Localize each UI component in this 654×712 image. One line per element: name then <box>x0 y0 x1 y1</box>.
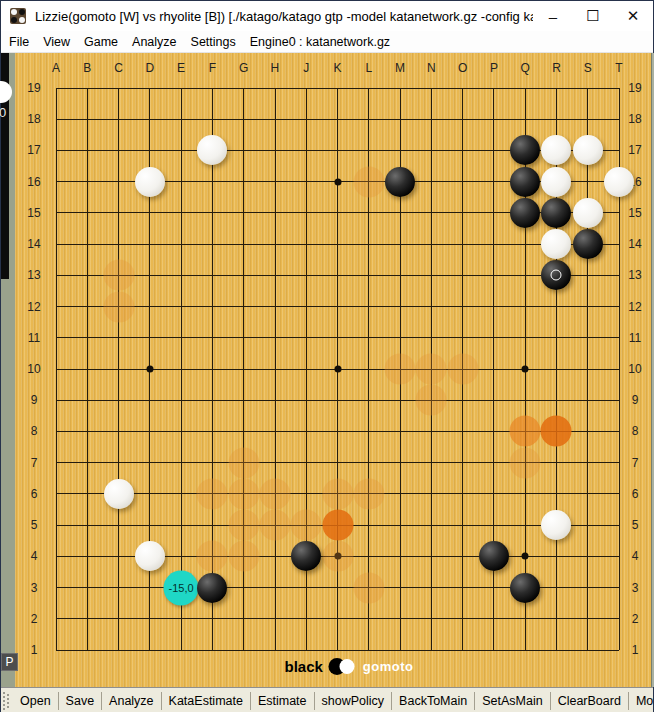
col-label-L: L <box>365 61 372 75</box>
col-label-J: J <box>303 61 309 75</box>
row-label-right-7: 7 <box>632 456 639 470</box>
row-label-right-17: 17 <box>628 143 641 157</box>
row-label-left-13: 13 <box>27 268 40 282</box>
col-label-E: E <box>177 61 185 75</box>
toolbar-clearboard-button[interactable]: ClearBoard <box>550 692 628 710</box>
heatmap-G4[interactable] <box>228 541 259 572</box>
row-label-right-15: 15 <box>628 206 641 220</box>
menu-engine0[interactable]: Engine0 : katanetwork.gz <box>243 35 397 49</box>
heatmap-R8[interactable] <box>541 416 572 447</box>
engine-name-label: gomoto <box>363 659 414 674</box>
black-stone-F3[interactable] <box>197 573 227 603</box>
toolbar-kataestimate-button[interactable]: KataEstimate <box>161 692 250 710</box>
to-move-label: black <box>284 658 322 675</box>
menu-settings[interactable]: Settings <box>184 35 243 49</box>
col-label-R: R <box>552 61 561 75</box>
col-label-M: M <box>395 61 405 75</box>
toolbar-setasmain-button[interactable]: SetAsMain <box>474 692 549 710</box>
col-label-P: P <box>490 61 498 75</box>
black-stone-R15[interactable] <box>541 198 571 228</box>
star-point-Q4 <box>522 553 529 560</box>
row-label-right-10: 10 <box>628 362 641 376</box>
heatmap-M10[interactable] <box>385 353 416 384</box>
white-stone-icon <box>340 659 355 674</box>
heatmap-H5[interactable] <box>259 510 290 541</box>
menu-game[interactable]: Game <box>77 35 125 49</box>
toolbar-open-button[interactable]: Open <box>13 692 58 710</box>
black-stone-Q16[interactable] <box>510 167 540 197</box>
maximize-button[interactable]: ☐ <box>573 1 613 31</box>
row-label-right-13: 13 <box>628 268 641 282</box>
col-label-A: A <box>52 61 60 75</box>
row-label-left-9: 9 <box>31 393 38 407</box>
heatmap-G5[interactable] <box>228 510 259 541</box>
row-label-left-5: 5 <box>31 518 38 532</box>
toolbar-showpolicy-button[interactable]: showPolicy <box>314 692 392 710</box>
black-stone-P4[interactable] <box>479 541 509 571</box>
col-label-Q: Q <box>521 61 530 75</box>
row-label-right-4: 4 <box>632 549 639 563</box>
row-label-left-6: 6 <box>31 487 38 501</box>
white-stone-R5[interactable] <box>541 510 571 540</box>
row-label-right-9: 9 <box>632 393 639 407</box>
row-label-right-8: 8 <box>632 424 639 438</box>
player-toggle[interactable]: black gomoto <box>284 658 413 675</box>
minimize-button[interactable]: – <box>533 1 573 31</box>
heatmap-Q8[interactable] <box>510 416 541 447</box>
row-label-right-18: 18 <box>628 112 641 126</box>
last-move-marker <box>551 270 562 281</box>
row-label-left-2: 2 <box>31 612 38 626</box>
row-label-right-11: 11 <box>629 331 641 345</box>
row-label-left-15: 15 <box>27 206 40 220</box>
row-label-left-14: 14 <box>27 237 40 251</box>
menu-analyze[interactable]: Analyze <box>125 35 183 49</box>
row-label-left-16: 16 <box>27 175 40 189</box>
grid-line <box>56 618 619 619</box>
col-label-S: S <box>584 61 592 75</box>
white-stone-F17[interactable] <box>197 135 227 165</box>
black-stone-M16[interactable] <box>385 167 415 197</box>
col-label-K: K <box>334 61 342 75</box>
black-stone-J4[interactable] <box>291 541 321 571</box>
black-stone-Q15[interactable] <box>510 198 540 228</box>
row-label-left-18: 18 <box>27 112 40 126</box>
white-stone-S15[interactable] <box>573 198 603 228</box>
heatmap-N9[interactable] <box>416 385 447 416</box>
white-stone-R17[interactable] <box>541 135 571 165</box>
col-label-G: G <box>239 61 248 75</box>
heatmap-Q7[interactable] <box>510 447 541 478</box>
row-label-left-1: 1 <box>31 643 38 657</box>
white-stone-D4[interactable] <box>135 541 165 571</box>
background-window-strip: 0 <box>1 53 9 279</box>
toolbar-save-button[interactable]: Save <box>58 692 102 710</box>
heatmap-C12[interactable] <box>103 291 134 322</box>
toolbar-estimate-button[interactable]: Estimate <box>250 692 314 710</box>
col-label-B: B <box>83 61 91 75</box>
bottom-toolbar: Open Save Analyze KataEstimate Estimate … <box>1 687 653 712</box>
board-area: ABCDEFGHJKLMNOPQRST191918181717161615151… <box>1 53 654 687</box>
row-label-right-2: 2 <box>632 612 639 626</box>
row-label-right-1: 1 <box>632 643 639 657</box>
heatmap-N10[interactable] <box>416 353 447 384</box>
col-label-O: O <box>458 61 467 75</box>
heatmap-J5[interactable] <box>291 510 322 541</box>
white-stone-S17[interactable] <box>573 135 603 165</box>
star-point-K10 <box>334 365 341 372</box>
row-label-left-11: 11 <box>28 331 40 345</box>
heatmap-K5[interactable] <box>322 510 353 541</box>
white-stone-R16[interactable] <box>541 167 571 197</box>
white-stone-C6[interactable] <box>104 479 134 509</box>
heatmap-L16[interactable] <box>353 166 384 197</box>
star-point-K16 <box>334 178 341 185</box>
row-label-left-19: 19 <box>27 81 40 95</box>
heatmap-F4[interactable] <box>197 541 228 572</box>
white-stone-T16[interactable] <box>604 167 634 197</box>
col-label-T: T <box>615 61 622 75</box>
app-icon <box>10 8 26 24</box>
player-toggle-icon <box>329 658 357 675</box>
heatmap-G7[interactable] <box>228 447 259 478</box>
best-move-E3[interactable]: -15,0 <box>164 570 199 605</box>
heatmap-O10[interactable] <box>447 353 478 384</box>
heatmap-L6[interactable] <box>353 478 384 509</box>
best-move-score: -15,0 <box>169 582 194 594</box>
white-stone-D16[interactable] <box>135 167 165 197</box>
toolbar-movenumber-button[interactable]: MoveNumber <box>628 692 653 710</box>
black-stone-Q17[interactable] <box>510 135 540 165</box>
lizzie-window: Lizzie(gomoto [W] vs rhyolite [B]) [./ka… <box>0 0 654 712</box>
heatmap-G6[interactable] <box>228 478 259 509</box>
heatmap-C13[interactable] <box>103 260 134 291</box>
col-label-F: F <box>209 61 216 75</box>
col-label-D: D <box>145 61 154 75</box>
menu-bar: File View Game Analyze Settings Engine0 … <box>1 31 653 53</box>
col-label-N: N <box>427 61 436 75</box>
row-label-left-7: 7 <box>31 456 38 470</box>
toolbar-backtomain-button[interactable]: BackToMain <box>391 692 474 710</box>
row-label-right-19: 19 <box>628 81 641 95</box>
star-point-D10 <box>146 365 153 372</box>
background-window-badge: P <box>1 653 18 671</box>
row-label-right-3: 3 <box>632 581 639 595</box>
heatmap-H6[interactable] <box>259 478 290 509</box>
menu-file[interactable]: File <box>1 35 36 49</box>
grid-line <box>587 88 588 650</box>
grid-line <box>56 650 619 651</box>
heatmap-L3[interactable] <box>353 572 384 603</box>
row-label-left-8: 8 <box>31 424 38 438</box>
background-window-text: 0 <box>0 105 6 120</box>
black-stone-S14[interactable] <box>573 229 603 259</box>
window-title: Lizzie(gomoto [W] vs rhyolite [B]) [./ka… <box>35 9 533 24</box>
row-label-left-3: 3 <box>31 581 38 595</box>
toolbar-grip-icon[interactable] <box>3 692 10 710</box>
heatmap-K4[interactable] <box>322 541 353 572</box>
grid-line <box>56 400 619 401</box>
row-label-left-17: 17 <box>27 143 40 157</box>
row-label-right-6: 6 <box>632 487 639 501</box>
row-label-right-14: 14 <box>628 237 641 251</box>
star-point-Q10 <box>522 365 529 372</box>
row-label-right-12: 12 <box>628 300 641 314</box>
black-stone-R13[interactable] <box>541 260 571 290</box>
row-label-left-10: 10 <box>27 362 40 376</box>
title-bar: Lizzie(gomoto [W] vs rhyolite [B]) [./ka… <box>1 1 653 31</box>
heatmap-K6[interactable] <box>322 478 353 509</box>
row-label-left-12: 12 <box>27 300 40 314</box>
heatmap-F6[interactable] <box>197 478 228 509</box>
black-stone-Q3[interactable] <box>510 573 540 603</box>
menu-view[interactable]: View <box>36 35 77 49</box>
row-label-right-5: 5 <box>632 518 639 532</box>
row-label-left-4: 4 <box>31 549 38 563</box>
col-label-H: H <box>271 61 280 75</box>
background-window-stone <box>0 81 12 103</box>
col-label-C: C <box>114 61 123 75</box>
toolbar-analyze-button[interactable]: Analyze <box>101 692 160 710</box>
close-button[interactable]: ✕ <box>613 1 653 31</box>
go-board[interactable]: ABCDEFGHJKLMNOPQRST191918181717161615151… <box>15 53 651 687</box>
white-stone-R14[interactable] <box>541 229 571 259</box>
